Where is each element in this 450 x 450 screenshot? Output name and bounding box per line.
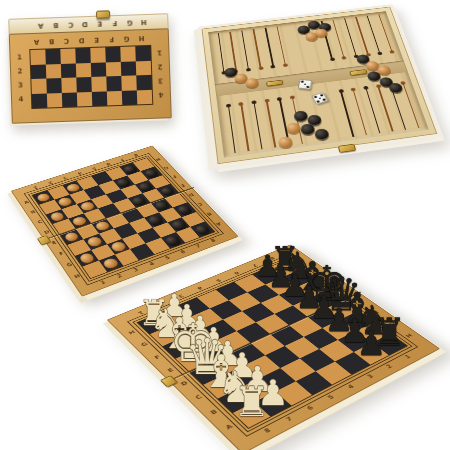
chess-piece-layer: ♜♟♟♜♞♟♟♞♝♟♟♝♚♟♟♚♛♟♟♛♝♟♟♝♞♟♟♞♜♟♟♜	[0, 0, 450, 450]
product-photo: ABCDEFGH ABCDEFGH12341234 12345678123456…	[0, 0, 450, 450]
chess-piece-black-pawn[interactable]: ♟	[356, 327, 386, 360]
chess-piece-white-rook[interactable]: ♜	[233, 382, 269, 422]
